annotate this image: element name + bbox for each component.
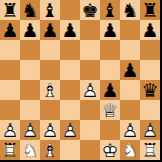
piece-black-pawn[interactable]: ♟: [20, 20, 40, 40]
square-e1[interactable]: [80, 140, 100, 160]
piece-white-pawn-outline: ♙: [61, 120, 78, 140]
piece-black-king[interactable]: ♚: [80, 0, 100, 20]
square-f7[interactable]: ♟: [100, 20, 120, 40]
piece-white-bishop[interactable]: ♝♗: [40, 140, 60, 160]
square-g5[interactable]: ♟: [120, 60, 140, 80]
piece-black-pawn[interactable]: ♟: [100, 20, 120, 40]
piece-black-knight[interactable]: ♞: [20, 0, 40, 20]
square-a6[interactable]: [0, 40, 20, 60]
square-f2[interactable]: [100, 120, 120, 140]
square-d5[interactable]: [60, 60, 80, 80]
square-g3[interactable]: [120, 100, 140, 120]
square-f4[interactable]: ♟: [100, 80, 120, 100]
square-g2[interactable]: ♟♙: [120, 120, 140, 140]
piece-white-king[interactable]: ♚♔: [100, 140, 120, 160]
piece-white-pawn[interactable]: ♟♙: [80, 80, 100, 100]
piece-white-pawn-outline: ♙: [21, 120, 38, 140]
piece-white-pawn-outline: ♙: [81, 80, 98, 100]
square-b7[interactable]: ♟: [20, 20, 40, 40]
piece-black-bishop[interactable]: ♝: [100, 0, 120, 20]
piece-white-pawn[interactable]: ♟♙: [20, 120, 40, 140]
piece-black-pawn[interactable]: ♟: [60, 20, 80, 40]
square-c7[interactable]: ♟: [40, 20, 60, 40]
square-d6[interactable]: [60, 40, 80, 60]
square-h3[interactable]: [140, 100, 160, 120]
piece-black-rook[interactable]: ♜: [0, 0, 20, 20]
square-a5[interactable]: [0, 60, 20, 80]
square-h6[interactable]: [140, 40, 160, 60]
piece-black-rook[interactable]: ♜: [140, 0, 160, 20]
square-b8[interactable]: ♞: [20, 0, 40, 20]
piece-white-knight-outline: ♘: [121, 140, 138, 160]
piece-white-pawn[interactable]: ♟♙: [120, 120, 140, 140]
square-h7[interactable]: ♟: [140, 20, 160, 40]
square-g4[interactable]: [120, 80, 140, 100]
piece-black-pawn[interactable]: ♟: [40, 20, 60, 40]
piece-white-pawn-outline: ♙: [121, 120, 138, 140]
chess-board: ♜♞♝♚♝♞♜♟♟♟♟♟♟♟♝♗♟♙♟♛♛♕♟♙♟♙♟♙♟♙♟♙♟♙♜♖♞♘♝♗…: [0, 0, 160, 160]
square-f6[interactable]: [100, 40, 120, 60]
piece-black-knight[interactable]: ♞: [120, 0, 140, 20]
square-c6[interactable]: [40, 40, 60, 60]
square-e8[interactable]: ♚: [80, 0, 100, 20]
square-d3[interactable]: [60, 100, 80, 120]
piece-white-bishop-outline: ♗: [41, 140, 58, 160]
square-c8[interactable]: ♝: [40, 0, 60, 20]
square-h4[interactable]: ♛: [140, 80, 160, 100]
piece-black-pawn[interactable]: ♟: [120, 60, 140, 80]
square-c4[interactable]: ♝♗: [40, 80, 60, 100]
square-e4[interactable]: ♟♙: [80, 80, 100, 100]
piece-black-pawn[interactable]: ♟: [100, 80, 120, 100]
square-a4[interactable]: [0, 80, 20, 100]
piece-white-knight-outline: ♘: [21, 140, 38, 160]
chess-board-frame: ♜♞♝♚♝♞♜♟♟♟♟♟♟♟♝♗♟♙♟♛♛♕♟♙♟♙♟♙♟♙♟♙♟♙♜♖♞♘♝♗…: [0, 0, 162, 162]
square-b5[interactable]: [20, 60, 40, 80]
piece-black-queen[interactable]: ♛: [140, 80, 160, 100]
piece-white-pawn[interactable]: ♟♙: [60, 120, 80, 140]
piece-white-rook-outline: ♖: [141, 140, 158, 160]
square-g8[interactable]: ♞: [120, 0, 140, 20]
square-a3[interactable]: [0, 100, 20, 120]
square-b3[interactable]: [20, 100, 40, 120]
square-a7[interactable]: ♟: [0, 20, 20, 40]
piece-white-pawn-outline: ♙: [1, 120, 18, 140]
square-a1[interactable]: ♜♖: [0, 140, 20, 160]
square-e7[interactable]: [80, 20, 100, 40]
piece-white-queen[interactable]: ♛♕: [100, 100, 120, 120]
square-d4[interactable]: [60, 80, 80, 100]
square-e5[interactable]: [80, 60, 100, 80]
piece-white-bishop-outline: ♗: [41, 80, 58, 100]
piece-white-queen-outline: ♕: [101, 100, 118, 120]
square-a2[interactable]: ♟♙: [0, 120, 20, 140]
square-g1[interactable]: ♞♘: [120, 140, 140, 160]
piece-black-bishop[interactable]: ♝: [40, 0, 60, 20]
square-c2[interactable]: ♟♙: [40, 120, 60, 140]
square-h5[interactable]: [140, 60, 160, 80]
square-c5[interactable]: [40, 60, 60, 80]
piece-white-bishop[interactable]: ♝♗: [40, 80, 60, 100]
piece-white-pawn[interactable]: ♟♙: [0, 120, 20, 140]
square-c1[interactable]: ♝♗: [40, 140, 60, 160]
piece-white-king-outline: ♔: [101, 140, 118, 160]
piece-white-pawn[interactable]: ♟♙: [140, 120, 160, 140]
square-g6[interactable]: [120, 40, 140, 60]
piece-white-rook[interactable]: ♜♖: [140, 140, 160, 160]
square-d7[interactable]: ♟: [60, 20, 80, 40]
square-d1[interactable]: [60, 140, 80, 160]
piece-white-knight[interactable]: ♞♘: [20, 140, 40, 160]
square-e3[interactable]: [80, 100, 100, 120]
square-h2[interactable]: ♟♙: [140, 120, 160, 140]
piece-white-pawn-outline: ♙: [141, 120, 158, 140]
piece-black-pawn[interactable]: ♟: [140, 20, 160, 40]
square-b6[interactable]: [20, 40, 40, 60]
square-d8[interactable]: [60, 0, 80, 20]
square-f3[interactable]: ♛♕: [100, 100, 120, 120]
piece-white-knight[interactable]: ♞♘: [120, 140, 140, 160]
square-f1[interactable]: ♚♔: [100, 140, 120, 160]
piece-white-rook[interactable]: ♜♖: [0, 140, 20, 160]
square-h1[interactable]: ♜♖: [140, 140, 160, 160]
square-e2[interactable]: [80, 120, 100, 140]
square-b4[interactable]: [20, 80, 40, 100]
square-f5[interactable]: [100, 60, 120, 80]
square-h8[interactable]: ♜: [140, 0, 160, 20]
square-g7[interactable]: [120, 20, 140, 40]
piece-white-pawn-outline: ♙: [41, 120, 58, 140]
square-e6[interactable]: [80, 40, 100, 60]
square-b2[interactable]: ♟♙: [20, 120, 40, 140]
piece-white-pawn[interactable]: ♟♙: [40, 120, 60, 140]
piece-black-pawn[interactable]: ♟: [0, 20, 20, 40]
square-d2[interactable]: ♟♙: [60, 120, 80, 140]
square-c3[interactable]: [40, 100, 60, 120]
piece-white-rook-outline: ♖: [1, 140, 18, 160]
square-a8[interactable]: ♜: [0, 0, 20, 20]
square-f8[interactable]: ♝: [100, 0, 120, 20]
square-b1[interactable]: ♞♘: [20, 140, 40, 160]
